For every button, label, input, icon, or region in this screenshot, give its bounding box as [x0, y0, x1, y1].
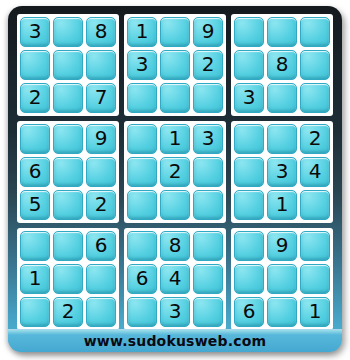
cell-r3c4[interactable]: [127, 83, 157, 113]
cell-r1c9[interactable]: [300, 17, 330, 47]
cell-r8c3[interactable]: [86, 264, 116, 294]
given-digit: 5: [29, 194, 42, 214]
given-digit: 9: [95, 128, 108, 148]
cell-r2c2[interactable]: [53, 50, 83, 80]
cell-r6c7[interactable]: [234, 190, 264, 220]
cell-r3c3[interactable]: 7: [86, 83, 116, 113]
cell-r9c6[interactable]: [193, 297, 223, 327]
given-digit: 2: [202, 54, 215, 74]
given-digit: 3: [136, 54, 149, 74]
cell-r3c7[interactable]: 3: [234, 83, 264, 113]
cell-r6c9[interactable]: [300, 190, 330, 220]
given-digit: 1: [169, 128, 182, 148]
cell-r9c9[interactable]: 1: [300, 297, 330, 327]
cell-r5c9[interactable]: 4: [300, 157, 330, 187]
cell-r7c8[interactable]: 9: [267, 231, 297, 261]
cell-r5c6[interactable]: [193, 157, 223, 187]
cell-r6c1[interactable]: 5: [20, 190, 50, 220]
given-digit: 3: [276, 161, 289, 181]
cell-r1c6[interactable]: 9: [193, 17, 223, 47]
given-digit: 3: [202, 128, 215, 148]
given-digit: 8: [276, 54, 289, 74]
given-digit: 6: [95, 235, 108, 255]
cell-r6c5[interactable]: [160, 190, 190, 220]
given-digit: 8: [95, 21, 108, 41]
cell-r1c7[interactable]: [234, 17, 264, 47]
cell-r2c4[interactable]: 3: [127, 50, 157, 80]
cell-r9c1[interactable]: [20, 297, 50, 327]
page: { "game": "sudoku", "position": "3081090…: [0, 0, 350, 360]
given-digit: 2: [29, 87, 42, 107]
cell-r3c9[interactable]: [300, 83, 330, 113]
cell-r5c7[interactable]: [234, 157, 264, 187]
cell-r8c6[interactable]: [193, 264, 223, 294]
cell-r7c4[interactable]: [127, 231, 157, 261]
given-digit: 6: [29, 161, 42, 181]
cell-r8c5[interactable]: 4: [160, 264, 190, 294]
box-5: 132: [124, 121, 226, 223]
cell-r5c1[interactable]: 6: [20, 157, 50, 187]
sudoku-grid: 3827193283965213223416128643961: [17, 14, 333, 330]
cell-r4c8[interactable]: [267, 124, 297, 154]
given-digit: 9: [202, 21, 215, 41]
footer-bar: www.sudokusweb.com: [8, 329, 342, 352]
website-link[interactable]: www.sudokusweb.com: [84, 333, 267, 349]
cell-r5c4[interactable]: [127, 157, 157, 187]
box-4: 9652: [17, 121, 119, 223]
cell-r7c5[interactable]: 8: [160, 231, 190, 261]
cell-r9c2[interactable]: 2: [53, 297, 83, 327]
cell-r2c7[interactable]: [234, 50, 264, 80]
cell-r6c4[interactable]: [127, 190, 157, 220]
given-digit: 8: [169, 235, 182, 255]
cell-r9c5[interactable]: 3: [160, 297, 190, 327]
given-digit: 2: [95, 194, 108, 214]
given-digit: 4: [169, 268, 182, 288]
box-9: 961: [231, 228, 333, 330]
cell-r2c9[interactable]: [300, 50, 330, 80]
box-8: 8643: [124, 228, 226, 330]
cell-r9c4[interactable]: [127, 297, 157, 327]
cell-r4c2[interactable]: [53, 124, 83, 154]
given-digit: 6: [136, 268, 149, 288]
given-digit: 2: [62, 301, 75, 321]
cell-r2c5[interactable]: [160, 50, 190, 80]
cell-r4c7[interactable]: [234, 124, 264, 154]
cell-r1c4[interactable]: 1: [127, 17, 157, 47]
cell-r5c2[interactable]: [53, 157, 83, 187]
given-digit: 3: [243, 87, 256, 107]
cell-r1c1[interactable]: 3: [20, 17, 50, 47]
cell-r8c7[interactable]: [234, 264, 264, 294]
cell-r5c3[interactable]: [86, 157, 116, 187]
cell-r7c9[interactable]: [300, 231, 330, 261]
cell-r1c8[interactable]: [267, 17, 297, 47]
given-digit: 4: [309, 161, 322, 181]
given-digit: 6: [243, 301, 256, 321]
box-3: 83: [231, 14, 333, 116]
cell-r7c6[interactable]: [193, 231, 223, 261]
cell-r8c4[interactable]: 6: [127, 264, 157, 294]
cell-r8c2[interactable]: [53, 264, 83, 294]
cell-r2c3[interactable]: [86, 50, 116, 80]
cell-r4c3[interactable]: 9: [86, 124, 116, 154]
cell-r4c9[interactable]: 2: [300, 124, 330, 154]
given-digit: 1: [136, 21, 149, 41]
given-digit: 3: [169, 301, 182, 321]
given-digit: 3: [29, 21, 42, 41]
cell-r9c3[interactable]: [86, 297, 116, 327]
given-digit: 1: [29, 268, 42, 288]
cell-r4c4[interactable]: [127, 124, 157, 154]
cell-r6c3[interactable]: 2: [86, 190, 116, 220]
cell-r4c1[interactable]: [20, 124, 50, 154]
cell-r6c6[interactable]: [193, 190, 223, 220]
box-1: 3827: [17, 14, 119, 116]
cell-r4c6[interactable]: 3: [193, 124, 223, 154]
cell-r7c1[interactable]: [20, 231, 50, 261]
cell-r2c8[interactable]: 8: [267, 50, 297, 80]
box-2: 1932: [124, 14, 226, 116]
cell-r7c3[interactable]: 6: [86, 231, 116, 261]
cell-r1c2[interactable]: [53, 17, 83, 47]
given-digit: 1: [276, 194, 289, 214]
cell-r3c5[interactable]: [160, 83, 190, 113]
cell-r8c8[interactable]: [267, 264, 297, 294]
cell-r1c3[interactable]: 8: [86, 17, 116, 47]
cell-r8c1[interactable]: 1: [20, 264, 50, 294]
cell-r5c5[interactable]: 2: [160, 157, 190, 187]
given-digit: 7: [95, 87, 108, 107]
cell-r6c8[interactable]: 1: [267, 190, 297, 220]
cell-r5c8[interactable]: 3: [267, 157, 297, 187]
cell-r2c1[interactable]: [20, 50, 50, 80]
given-digit: 2: [309, 128, 322, 148]
cell-r3c2[interactable]: [53, 83, 83, 113]
cell-r3c8[interactable]: [267, 83, 297, 113]
sudoku-board-frame: 3827193283965213223416128643961 www.sudo…: [8, 6, 342, 352]
given-digit: 9: [276, 235, 289, 255]
cell-r4c5[interactable]: 1: [160, 124, 190, 154]
cell-r1c5[interactable]: [160, 17, 190, 47]
cell-r7c2[interactable]: [53, 231, 83, 261]
cell-r7c7[interactable]: [234, 231, 264, 261]
cell-r8c9[interactable]: [300, 264, 330, 294]
cell-r6c2[interactable]: [53, 190, 83, 220]
cell-r9c7[interactable]: 6: [234, 297, 264, 327]
cell-r2c6[interactable]: 2: [193, 50, 223, 80]
box-6: 2341: [231, 121, 333, 223]
cell-r9c8[interactable]: [267, 297, 297, 327]
given-digit: 2: [169, 161, 182, 181]
box-7: 612: [17, 228, 119, 330]
cell-r3c6[interactable]: [193, 83, 223, 113]
given-digit: 1: [309, 301, 322, 321]
cell-r3c1[interactable]: 2: [20, 83, 50, 113]
